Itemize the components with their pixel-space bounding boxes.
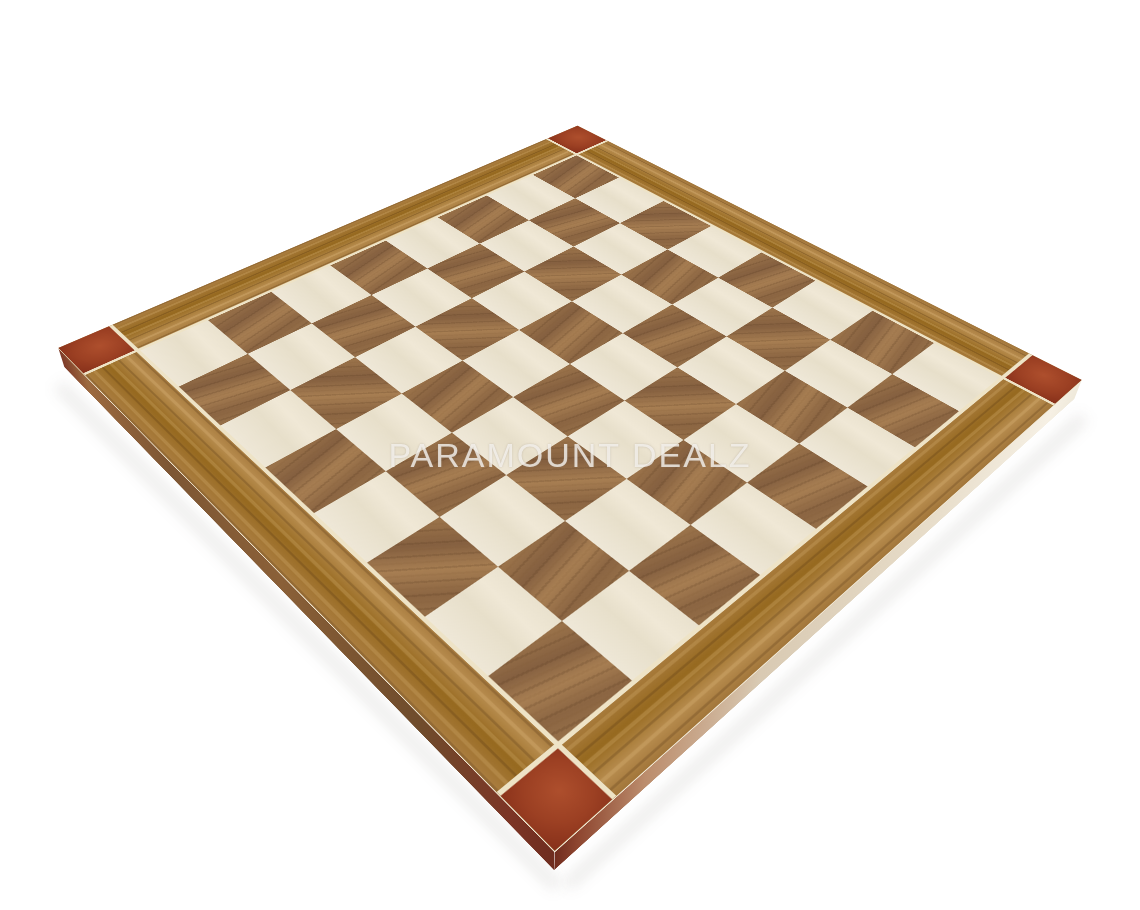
product-photo-canvas: PARAMOUNT DEALZ <box>0 0 1140 910</box>
watermark-text: PARAMOUNT DEALZ <box>388 436 751 475</box>
chess-board <box>58 126 1081 851</box>
